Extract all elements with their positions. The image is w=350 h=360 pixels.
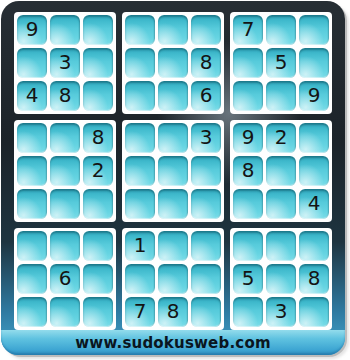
- cell-r8c6[interactable]: [191, 264, 221, 294]
- given-digit: 7: [134, 301, 147, 321]
- cell-r3c9: 9: [299, 81, 329, 111]
- cell-r1c5[interactable]: [158, 15, 188, 45]
- box-3-3: 583: [230, 228, 332, 330]
- cell-r7c8[interactable]: [266, 231, 296, 261]
- cell-r9c2[interactable]: [50, 297, 80, 327]
- cell-r1c9[interactable]: [299, 15, 329, 45]
- cell-r6c2[interactable]: [50, 189, 80, 219]
- cell-r3c4[interactable]: [125, 81, 155, 111]
- cell-r2c8: 5: [266, 48, 296, 78]
- given-digit: 8: [242, 160, 255, 180]
- cell-r4c3: 8: [83, 123, 113, 153]
- cell-r1c3[interactable]: [83, 15, 113, 45]
- given-digit: 1: [134, 235, 147, 255]
- given-digit: 3: [59, 52, 72, 72]
- cell-r9c5: 8: [158, 297, 188, 327]
- cell-r1c4[interactable]: [125, 15, 155, 45]
- cell-r9c8: 3: [266, 297, 296, 327]
- cell-r4c7: 9: [233, 123, 263, 153]
- cell-r2c6: 8: [191, 48, 221, 78]
- footer-bar: www.sudokusweb.com: [1, 330, 345, 355]
- cell-r8c7: 5: [233, 264, 263, 294]
- cell-r9c7[interactable]: [233, 297, 263, 327]
- cell-r3c3[interactable]: [83, 81, 113, 111]
- website-link[interactable]: www.sudokusweb.com: [75, 334, 270, 352]
- box-1-3: 759: [230, 12, 332, 114]
- cell-r5c6[interactable]: [191, 156, 221, 186]
- cell-r5c1[interactable]: [17, 156, 47, 186]
- given-digit: 7: [242, 19, 255, 39]
- cell-r2c5[interactable]: [158, 48, 188, 78]
- cell-r6c6[interactable]: [191, 189, 221, 219]
- cell-r6c4[interactable]: [125, 189, 155, 219]
- box-3-1: 6: [14, 228, 116, 330]
- given-digit: 8: [167, 301, 180, 321]
- cell-r9c3[interactable]: [83, 297, 113, 327]
- cell-r4c4[interactable]: [125, 123, 155, 153]
- box-1-1: 9348: [14, 12, 116, 114]
- cell-r9c4: 7: [125, 297, 155, 327]
- cell-r4c9[interactable]: [299, 123, 329, 153]
- cell-r9c1[interactable]: [17, 297, 47, 327]
- cell-r4c2[interactable]: [50, 123, 80, 153]
- cell-r2c2: 3: [50, 48, 80, 78]
- given-digit: 5: [275, 52, 288, 72]
- cell-r6c7[interactable]: [233, 189, 263, 219]
- given-digit: 8: [308, 268, 321, 288]
- given-digit: 8: [92, 127, 105, 147]
- cell-r9c6[interactable]: [191, 297, 221, 327]
- cell-r7c9[interactable]: [299, 231, 329, 261]
- box-1-2: 86: [122, 12, 224, 114]
- cell-r7c1[interactable]: [17, 231, 47, 261]
- given-digit: 9: [242, 127, 255, 147]
- given-digit: 2: [92, 160, 105, 180]
- cell-r8c1[interactable]: [17, 264, 47, 294]
- cell-r9c9[interactable]: [299, 297, 329, 327]
- given-digit: 8: [59, 85, 72, 105]
- given-digit: 5: [242, 268, 255, 288]
- given-digit: 3: [275, 301, 288, 321]
- cell-r2c7[interactable]: [233, 48, 263, 78]
- box-3-2: 178: [122, 228, 224, 330]
- box-2-1: 82: [14, 120, 116, 222]
- cell-r7c4: 1: [125, 231, 155, 261]
- cell-r7c7[interactable]: [233, 231, 263, 261]
- cell-r3c8[interactable]: [266, 81, 296, 111]
- cell-r3c1: 4: [17, 81, 47, 111]
- board-frame: 93488675982392846178583 www.sudokusweb.c…: [1, 1, 345, 355]
- cell-r6c5[interactable]: [158, 189, 188, 219]
- cell-r8c3[interactable]: [83, 264, 113, 294]
- cell-r4c1[interactable]: [17, 123, 47, 153]
- cell-r5c5[interactable]: [158, 156, 188, 186]
- given-digit: 2: [275, 127, 288, 147]
- cell-r6c1[interactable]: [17, 189, 47, 219]
- cell-r7c2[interactable]: [50, 231, 80, 261]
- cell-r4c8: 2: [266, 123, 296, 153]
- cell-r5c9[interactable]: [299, 156, 329, 186]
- cell-r3c6: 6: [191, 81, 221, 111]
- cell-r2c1[interactable]: [17, 48, 47, 78]
- given-digit: 9: [308, 85, 321, 105]
- cell-r1c2[interactable]: [50, 15, 80, 45]
- cell-r8c4[interactable]: [125, 264, 155, 294]
- cell-r8c9: 8: [299, 264, 329, 294]
- cell-r7c5[interactable]: [158, 231, 188, 261]
- box-2-3: 9284: [230, 120, 332, 222]
- cell-r3c2: 8: [50, 81, 80, 111]
- cell-r5c4[interactable]: [125, 156, 155, 186]
- cell-r6c9: 4: [299, 189, 329, 219]
- cell-r4c6: 3: [191, 123, 221, 153]
- cell-r5c7: 8: [233, 156, 263, 186]
- cell-r1c6[interactable]: [191, 15, 221, 45]
- cell-r4c5[interactable]: [158, 123, 188, 153]
- cell-r7c3[interactable]: [83, 231, 113, 261]
- cell-r5c3: 2: [83, 156, 113, 186]
- cell-r5c8[interactable]: [266, 156, 296, 186]
- cell-r2c3[interactable]: [83, 48, 113, 78]
- given-digit: 4: [26, 85, 39, 105]
- given-digit: 6: [200, 85, 213, 105]
- cell-r2c4[interactable]: [125, 48, 155, 78]
- cell-r8c8[interactable]: [266, 264, 296, 294]
- given-digit: 3: [200, 127, 213, 147]
- cell-r1c8[interactable]: [266, 15, 296, 45]
- given-digit: 8: [200, 52, 213, 72]
- cell-r8c2: 6: [50, 264, 80, 294]
- given-digit: 6: [59, 268, 72, 288]
- cell-r5c2[interactable]: [50, 156, 80, 186]
- cell-r7c6[interactable]: [191, 231, 221, 261]
- cell-r6c8[interactable]: [266, 189, 296, 219]
- cell-r8c5[interactable]: [158, 264, 188, 294]
- cell-r2c9[interactable]: [299, 48, 329, 78]
- cell-r1c1: 9: [17, 15, 47, 45]
- given-digit: 4: [308, 193, 321, 213]
- cell-r3c7[interactable]: [233, 81, 263, 111]
- box-2-2: 3: [122, 120, 224, 222]
- sudoku-board: 93488675982392846178583: [14, 12, 332, 330]
- given-digit: 9: [26, 19, 39, 39]
- cell-r6c3[interactable]: [83, 189, 113, 219]
- cell-r3c5[interactable]: [158, 81, 188, 111]
- cell-r1c7: 7: [233, 15, 263, 45]
